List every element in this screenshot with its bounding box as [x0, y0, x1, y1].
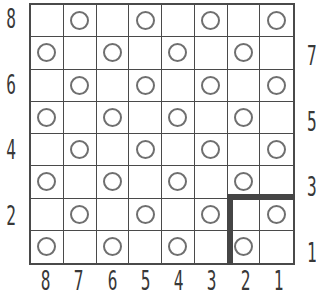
chart-cell-r7-c6[interactable] [97, 37, 130, 69]
chart-cell-r1-c3[interactable] [195, 231, 228, 263]
chart-cell-r8-c8[interactable] [31, 5, 64, 37]
chart-cell-r2-c4[interactable] [162, 199, 195, 231]
chart-cell-r4-c5[interactable] [129, 134, 162, 166]
yarn-over-icon [201, 205, 220, 224]
chart-cell-r7-c5[interactable] [129, 37, 162, 69]
yarn-over-icon [201, 76, 220, 95]
chart-cell-r2-c7[interactable] [64, 199, 97, 231]
chart-cell-r4-c7[interactable] [64, 134, 97, 166]
yarn-over-icon [37, 172, 56, 191]
yarn-over-icon [103, 172, 122, 191]
col-label-8: 8 [35, 268, 56, 294]
yarn-over-icon [267, 140, 286, 159]
yarn-over-icon [136, 76, 155, 95]
chart-cell-r1-c1[interactable] [260, 231, 293, 263]
chart-cell-r5-c4[interactable] [162, 102, 195, 134]
chart-cell-r6-c2[interactable] [228, 70, 261, 102]
col-label-5: 5 [135, 268, 156, 294]
yarn-over-icon [37, 43, 56, 62]
col-label-3: 3 [202, 268, 223, 294]
column-labels: 8 7 6 5 4 3 2 1 [29, 268, 295, 294]
chart-cell-r2-c8[interactable] [31, 199, 64, 231]
chart-cell-r1-c8[interactable] [31, 231, 64, 263]
yarn-over-icon [136, 205, 155, 224]
knitting-chart: 8 6 4 2 7 5 3 1 8 7 6 5 4 3 2 1 [0, 0, 316, 300]
chart-cell-r7-c1[interactable] [260, 37, 293, 69]
chart-cell-r4-c1[interactable] [260, 134, 293, 166]
yarn-over-icon [70, 76, 89, 95]
yarn-over-icon [136, 140, 155, 159]
row-label-5: 5 [307, 109, 316, 135]
chart-cell-r7-c4[interactable] [162, 37, 195, 69]
chart-cell-r1-c7[interactable] [64, 231, 97, 263]
chart-cell-r1-c4[interactable] [162, 231, 195, 263]
chart-cell-r5-c1[interactable] [260, 102, 293, 134]
yarn-over-icon [168, 237, 187, 256]
chart-cell-r1-c6[interactable] [97, 231, 130, 263]
chart-cell-r6-c1[interactable] [260, 70, 293, 102]
col-label-6: 6 [102, 268, 123, 294]
yarn-over-icon [136, 11, 155, 30]
chart-cell-r6-c4[interactable] [162, 70, 195, 102]
repeat-border-left [227, 194, 233, 265]
yarn-over-icon [70, 140, 89, 159]
yarn-over-icon [103, 237, 122, 256]
row-label-1: 1 [307, 240, 316, 266]
row-label-8: 8 [4, 6, 18, 32]
yarn-over-icon [234, 108, 253, 127]
col-label-4: 4 [168, 268, 189, 294]
yarn-over-icon [168, 43, 187, 62]
chart-cell-r2-c5[interactable] [129, 199, 162, 231]
chart-cell-r4-c4[interactable] [162, 134, 195, 166]
chart-cell-r8-c5[interactable] [129, 5, 162, 37]
chart-cell-r6-c6[interactable] [97, 70, 130, 102]
chart-cell-r3-c3[interactable] [195, 166, 228, 198]
chart-cell-r8-c6[interactable] [97, 5, 130, 37]
chart-cell-r4-c3[interactable] [195, 134, 228, 166]
row-label-2: 2 [4, 203, 18, 229]
chart-cell-r8-c1[interactable] [260, 5, 293, 37]
chart-cell-r2-c3[interactable] [195, 199, 228, 231]
chart-cell-r5-c2[interactable] [228, 102, 261, 134]
yarn-over-icon [37, 108, 56, 127]
chart-cell-r4-c8[interactable] [31, 134, 64, 166]
yarn-over-icon [201, 140, 220, 159]
chart-cell-r3-c8[interactable] [31, 166, 64, 198]
yarn-over-icon [168, 172, 187, 191]
chart-cell-r7-c8[interactable] [31, 37, 64, 69]
chart-cell-r8-c2[interactable] [228, 5, 261, 37]
yarn-over-icon [168, 108, 187, 127]
yarn-over-icon [70, 205, 89, 224]
row-label-7: 7 [307, 43, 316, 69]
col-label-1: 1 [268, 268, 289, 294]
chart-cell-r6-c3[interactable] [195, 70, 228, 102]
chart-cell-r5-c8[interactable] [31, 102, 64, 134]
yarn-over-icon [234, 237, 253, 256]
chart-cell-r3-c4[interactable] [162, 166, 195, 198]
chart-cell-r3-c6[interactable] [97, 166, 130, 198]
row-label-3: 3 [307, 174, 316, 200]
yarn-over-icon [70, 11, 89, 30]
yarn-over-icon [234, 172, 253, 191]
chart-cell-r1-c5[interactable] [129, 231, 162, 263]
chart-cell-r3-c7[interactable] [64, 166, 97, 198]
chart-cell-r3-c5[interactable] [129, 166, 162, 198]
yarn-over-icon [103, 108, 122, 127]
chart-cell-r6-c7[interactable] [64, 70, 97, 102]
chart-cell-r7-c7[interactable] [64, 37, 97, 69]
yarn-over-icon [234, 43, 253, 62]
yarn-over-icon [267, 205, 286, 224]
row-label-6: 6 [4, 72, 18, 98]
chart-cell-r8-c3[interactable] [195, 5, 228, 37]
yarn-over-icon [37, 237, 56, 256]
row-label-4: 4 [4, 137, 18, 163]
chart-cell-r4-c6[interactable] [97, 134, 130, 166]
chart-cell-r4-c2[interactable] [228, 134, 261, 166]
chart-cell-r5-c7[interactable] [64, 102, 97, 134]
chart-grid [29, 3, 295, 265]
chart-cell-r7-c2[interactable] [228, 37, 261, 69]
chart-cell-r5-c5[interactable] [129, 102, 162, 134]
repeat-border-top [227, 194, 295, 200]
chart-cell-r2-c6[interactable] [97, 199, 130, 231]
chart-cell-r8-c7[interactable] [64, 5, 97, 37]
chart-cell-r5-c6[interactable] [97, 102, 130, 134]
chart-cell-r8-c4[interactable] [162, 5, 195, 37]
chart-cell-r6-c8[interactable] [31, 70, 64, 102]
col-label-7: 7 [69, 268, 90, 294]
chart-cell-r7-c3[interactable] [195, 37, 228, 69]
col-label-2: 2 [235, 268, 256, 294]
chart-cell-r5-c3[interactable] [195, 102, 228, 134]
chart-cell-r2-c1[interactable] [260, 199, 293, 231]
yarn-over-icon [103, 43, 122, 62]
yarn-over-icon [267, 11, 286, 30]
yarn-over-icon [267, 76, 286, 95]
chart-cell-r6-c5[interactable] [129, 70, 162, 102]
yarn-over-icon [201, 11, 220, 30]
